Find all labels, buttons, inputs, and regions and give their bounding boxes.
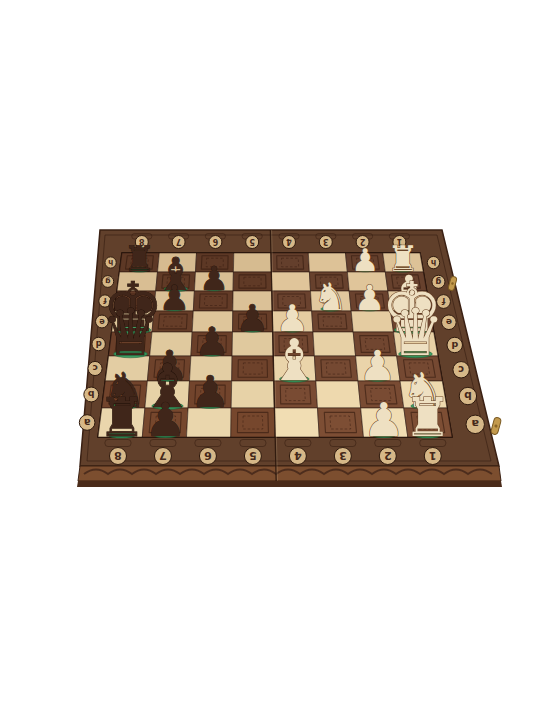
coordinate-label: 5	[249, 237, 255, 246]
chess-set-product-photo: rn1qk2r/pbp2pb1/1p1p2p1/4p3/2B1P3/5N2/P1…	[0, 0, 540, 720]
piece-black-pawn-g6[interactable]: ♟	[199, 259, 229, 298]
coordinate-label: h	[431, 258, 436, 267]
coordinate-label: 4	[286, 237, 292, 246]
piece-white-bishop-c4[interactable]: ♝	[269, 327, 320, 393]
coordinate-label: 8	[114, 449, 122, 462]
coordinate-label: 6	[212, 237, 218, 246]
piece-white-pawn-c2[interactable]: ♟	[359, 342, 396, 390]
coordinate-label: c	[92, 363, 97, 373]
coordinate-label: 1	[429, 449, 437, 462]
brass-clasp	[490, 417, 501, 435]
coordinate-label: b	[464, 390, 472, 402]
box-bottom-edge	[77, 481, 502, 487]
piece-black-rook-a8[interactable]: ♜	[98, 387, 146, 449]
piece-white-knight-f3[interactable]: ♞	[314, 275, 348, 319]
square-g4[interactable]	[271, 272, 310, 291]
coordinate-label: a	[84, 417, 91, 428]
piece-white-pawn-a2[interactable]: ♟	[363, 393, 405, 447]
square-b3[interactable]	[316, 381, 361, 408]
coordinate-label: a	[471, 417, 479, 430]
coordinate-label: 3	[339, 449, 347, 462]
coordinate-label: 2	[384, 449, 392, 462]
square-h3[interactable]	[308, 253, 347, 272]
piece-white-rook-a1[interactable]: ♜	[404, 387, 452, 449]
coordinate-label: h	[108, 258, 113, 267]
coordinate-label: 7	[159, 449, 167, 462]
box-front-face	[78, 466, 501, 481]
coordinate-label: c	[458, 364, 464, 375]
piece-black-pawn-d6[interactable]: ♟	[194, 319, 229, 364]
coordinate-label: d	[451, 340, 458, 351]
coordinate-label: 4	[294, 449, 302, 462]
square-h5[interactable]	[233, 253, 271, 272]
piece-black-pawn-a7[interactable]: ♟	[145, 393, 187, 447]
square-a4[interactable]	[274, 408, 319, 437]
piece-white-pawn-h2[interactable]: ♟	[351, 242, 379, 278]
coordinate-label: b	[88, 389, 95, 400]
coordinate-label: 7	[176, 237, 182, 246]
chess-board: 8877665544332211hhggffeeddccbbaa ♜♟♜♝♟♟♞…	[0, 0, 540, 720]
piece-black-pawn-e5[interactable]: ♟	[236, 297, 269, 340]
coordinate-label: 5	[249, 449, 257, 462]
piece-black-pawn-b6[interactable]: ♟	[190, 366, 229, 417]
coordinate-label: 3	[323, 237, 329, 246]
coordinate-label: 6	[204, 449, 212, 462]
coordinate-label: e	[446, 317, 452, 327]
